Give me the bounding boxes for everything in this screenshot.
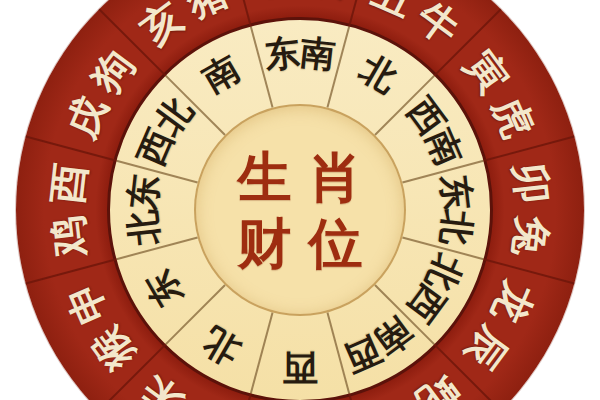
- zodiac-wealth-wheel-screenshot: 子鼠东南丑牛北寅虎西南卯兔东北辰龙西北巳蛇西南午马西未羊北申猴东酉鸡东北戌狗西北…: [0, 0, 600, 400]
- direction-label-s3-c1: 北: [438, 209, 477, 248]
- direction-label-s9-c1: 北: [124, 209, 163, 248]
- zodiac-label-s3-c1: 兔: [509, 214, 553, 258]
- center-circle: 生肖 财位: [194, 104, 406, 316]
- wheel-stage: 子鼠东南丑牛北寅虎西南卯兔东北辰龙西北巳蛇西南午马西未羊北申猴东酉鸡东北戌狗西北…: [0, 0, 600, 400]
- direction-label-s3-c0: 东: [438, 173, 477, 212]
- direction-label-s0-c1: 南: [299, 34, 338, 73]
- direction-label-s6-c0: 西: [283, 351, 318, 386]
- zodiac-label-s3-c0: 卯: [509, 161, 553, 205]
- center-title-line1: 生肖: [221, 148, 380, 206]
- direction-label-s9-c0: 东: [124, 173, 163, 212]
- zodiac-label-s9-c0: 酉: [46, 161, 90, 205]
- zodiac-label-s9-c1: 鸡: [46, 214, 90, 258]
- center-title-line2: 财位: [221, 214, 380, 272]
- direction-label-s0-c0: 东: [263, 34, 302, 73]
